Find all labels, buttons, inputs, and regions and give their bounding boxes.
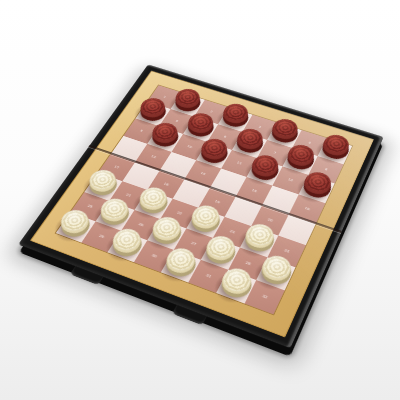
- square-number: 29: [98, 234, 105, 239]
- square-number: 25: [87, 204, 94, 209]
- square-number: 14: [200, 172, 206, 176]
- square-number: 24: [283, 249, 290, 254]
- square-number: 1: [163, 95, 167, 98]
- square-number: 32: [261, 294, 268, 299]
- square-number: 26: [138, 223, 145, 228]
- square-number: 13: [150, 155, 156, 159]
- square-number: 18: [163, 182, 169, 186]
- square-number: 12: [287, 178, 293, 182]
- square-number: 23: [229, 230, 236, 235]
- square-number: 19: [214, 200, 220, 205]
- square-number: 2: [210, 110, 214, 113]
- square-number: 20: [267, 218, 273, 223]
- square-number: 17: [113, 165, 119, 169]
- square-number: 15: [251, 189, 257, 193]
- square-number: 16: [304, 207, 310, 212]
- photo-scene: 1234567891011121314151617181920212223242…: [0, 0, 400, 400]
- square-number: 11: [236, 161, 242, 165]
- square-number: 5: [175, 120, 179, 123]
- square-number: 31: [205, 274, 212, 279]
- square-number: 28: [245, 261, 252, 266]
- square-number: 21: [125, 193, 131, 197]
- square-number: 3: [258, 126, 262, 129]
- hinge-clasp-tab: [70, 265, 104, 285]
- square-number: 9: [139, 129, 143, 132]
- square-number: 8: [324, 168, 328, 171]
- square-number: 6: [223, 135, 227, 138]
- square-number: 30: [151, 254, 158, 259]
- square-number: 4: [308, 141, 312, 144]
- square-number: 22: [176, 211, 182, 216]
- checkers-board: 1234567891011121314151617181920212223242…: [18, 64, 383, 348]
- square-number: 7: [273, 151, 277, 154]
- square-number: 27: [190, 241, 197, 246]
- square-number: 10: [186, 145, 192, 149]
- hinge-clasp-tab: [171, 304, 207, 325]
